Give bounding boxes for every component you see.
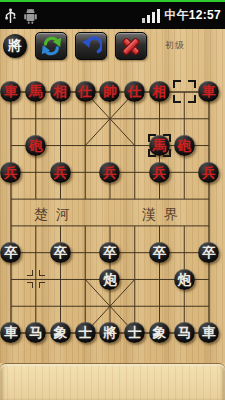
board-point-6-6[interactable]: 卒: [147, 239, 172, 266]
board-point-5-9[interactable]: 士: [122, 319, 147, 346]
board-point-8-6[interactable]: 卒: [197, 239, 222, 266]
board-point-1-2[interactable]: 砲: [23, 132, 48, 159]
board-point-8-8[interactable]: [197, 293, 222, 320]
piece-red-仕[interactable]: 仕: [75, 81, 96, 102]
board-point-7-8[interactable]: [172, 293, 197, 320]
status-bar: 中午12:57: [0, 0, 225, 29]
board-point-4-5[interactable]: [98, 212, 123, 239]
board-point-8-4[interactable]: [197, 186, 222, 213]
board-point-3-9[interactable]: 士: [73, 319, 98, 346]
board-point-8-3[interactable]: 兵: [197, 159, 222, 186]
board-point-0-2[interactable]: [0, 132, 23, 159]
board-point-1-3[interactable]: [23, 159, 48, 186]
clock-time: 12:57: [189, 8, 221, 22]
board-point-1-6[interactable]: [23, 239, 48, 266]
point-marker: [27, 270, 45, 288]
board-point-4-1[interactable]: [98, 105, 123, 132]
board-point-7-5[interactable]: [172, 212, 197, 239]
board-point-1-1[interactable]: [23, 105, 48, 132]
board-point-6-2[interactable]: 馬: [147, 132, 172, 159]
piece-black-車[interactable]: 車: [0, 322, 21, 343]
app-piece-icon: 將: [3, 34, 27, 58]
board-point-7-2[interactable]: 砲: [172, 132, 197, 159]
board-point-1-7[interactable]: [23, 266, 48, 293]
piece-red-相[interactable]: 相: [50, 81, 71, 102]
board-point-6-8[interactable]: [147, 293, 172, 320]
board-point-5-8[interactable]: [122, 293, 147, 320]
board-point-1-9[interactable]: 马: [23, 319, 48, 346]
board-point-7-6[interactable]: [172, 239, 197, 266]
board-point-8-7[interactable]: [197, 266, 222, 293]
board-point-3-4[interactable]: [73, 186, 98, 213]
clock-prefix: 中午: [164, 8, 189, 22]
board-point-3-7[interactable]: [73, 266, 98, 293]
board-point-2-6[interactable]: 卒: [48, 239, 73, 266]
board-point-6-3[interactable]: 兵: [147, 159, 172, 186]
piece-black-將[interactable]: 將: [99, 322, 120, 343]
status-led-strip: [0, 0, 225, 2]
piece-black-象[interactable]: 象: [149, 322, 170, 343]
board-point-2-8[interactable]: [48, 293, 73, 320]
board-point-5-2[interactable]: [122, 132, 147, 159]
board-point-8-0[interactable]: 車: [197, 79, 222, 106]
board-point-5-6[interactable]: [122, 239, 147, 266]
board-point-4-2[interactable]: [98, 132, 123, 159]
piece-black-卒[interactable]: 卒: [99, 242, 120, 263]
board-point-3-3[interactable]: [73, 159, 98, 186]
new-game-button[interactable]: [35, 32, 67, 60]
piece-black-马[interactable]: 马: [25, 322, 46, 343]
board-point-7-0[interactable]: [172, 79, 197, 106]
board-point-8-1[interactable]: [197, 105, 222, 132]
board-point-8-2[interactable]: [197, 132, 222, 159]
piece-black-象[interactable]: 象: [50, 322, 71, 343]
piece-red-相[interactable]: 相: [149, 81, 170, 102]
piece-black-马[interactable]: 马: [174, 322, 195, 343]
board-point-1-5[interactable]: [23, 212, 48, 239]
bottom-wood-panel: [0, 363, 225, 400]
piece-red-兵[interactable]: 兵: [50, 162, 71, 183]
board-point-7-9[interactable]: 马: [172, 319, 197, 346]
board-point-5-4[interactable]: [122, 186, 147, 213]
toolbar: 將 初级: [0, 29, 225, 62]
board-point-7-7[interactable]: 炮: [172, 266, 197, 293]
board-point-4-3[interactable]: 兵: [98, 159, 123, 186]
last-move-from-marker: [173, 80, 196, 103]
piece-black-卒[interactable]: 卒: [50, 242, 71, 263]
board-point-5-5[interactable]: [122, 212, 147, 239]
board-point-5-7[interactable]: [122, 266, 147, 293]
piece-red-馬[interactable]: 馬: [149, 135, 170, 156]
piece-red-車[interactable]: 車: [0, 81, 21, 102]
board-point-4-4[interactable]: [98, 186, 123, 213]
piece-black-士[interactable]: 士: [124, 322, 145, 343]
piece-black-卒[interactable]: 卒: [198, 242, 219, 263]
board-point-5-3[interactable]: [122, 159, 147, 186]
board-point-7-4[interactable]: [172, 186, 197, 213]
board-point-2-1[interactable]: [48, 105, 73, 132]
piece-red-兵[interactable]: 兵: [149, 162, 170, 183]
board-point-0-4[interactable]: [0, 186, 23, 213]
board-point-3-5[interactable]: [73, 212, 98, 239]
piece-red-車[interactable]: 車: [198, 81, 219, 102]
piece-black-炮[interactable]: 炮: [174, 269, 195, 290]
board-point-3-6[interactable]: [73, 239, 98, 266]
board-point-0-8[interactable]: [0, 293, 23, 320]
piece-red-兵[interactable]: 兵: [99, 162, 120, 183]
board-point-6-7[interactable]: [147, 266, 172, 293]
board-point-4-6[interactable]: 卒: [98, 239, 123, 266]
piece-black-士[interactable]: 士: [75, 322, 96, 343]
board-point-1-0[interactable]: 馬: [23, 79, 48, 106]
piece-red-馬[interactable]: 馬: [25, 81, 46, 102]
undo-button[interactable]: [75, 32, 107, 60]
board-point-6-1[interactable]: [147, 105, 172, 132]
refresh-icon: [40, 35, 62, 57]
board-point-3-0[interactable]: 仕: [73, 79, 98, 106]
close-button[interactable]: [115, 32, 147, 60]
board-point-2-7[interactable]: [48, 266, 73, 293]
board-point-0-5[interactable]: [0, 212, 23, 239]
board-point-5-0[interactable]: 仕: [122, 79, 147, 106]
board-point-2-2[interactable]: [48, 132, 73, 159]
board-point-6-9[interactable]: 象: [147, 319, 172, 346]
board-point-2-0[interactable]: 相: [48, 79, 73, 106]
board-point-2-5[interactable]: [48, 212, 73, 239]
board-point-3-1[interactable]: [73, 105, 98, 132]
board-point-2-4[interactable]: [48, 186, 73, 213]
board-point-7-3[interactable]: [172, 159, 197, 186]
board-point-1-4[interactable]: [23, 186, 48, 213]
status-clock: 中午12:57: [164, 7, 221, 24]
board-point-0-1[interactable]: [0, 105, 23, 132]
board-point-6-5[interactable]: [147, 212, 172, 239]
board-point-8-5[interactable]: [197, 212, 222, 239]
piece-red-兵[interactable]: 兵: [198, 162, 219, 183]
piece-black-卒[interactable]: 卒: [0, 242, 21, 263]
board-point-0-6[interactable]: 卒: [0, 239, 23, 266]
board-point-4-0[interactable]: 帥: [98, 79, 123, 106]
board-point-7-1[interactable]: [172, 105, 197, 132]
undo-arrow-icon: [80, 35, 102, 57]
board-point-2-3[interactable]: 兵: [48, 159, 73, 186]
board-point-0-7[interactable]: [0, 266, 23, 293]
board-point-6-0[interactable]: 相: [147, 79, 172, 106]
xiangqi-board: 車馬相仕帥仕相車砲馬砲兵兵兵兵兵卒卒卒卒卒炮炮車马象士將士象马車: [0, 79, 221, 347]
board-point-5-1[interactable]: [122, 105, 147, 132]
board-point-1-8[interactable]: [23, 293, 48, 320]
board-point-4-8[interactable]: [98, 293, 123, 320]
piece-red-帥[interactable]: 帥: [99, 81, 120, 102]
piece-black-炮[interactable]: 炮: [99, 269, 120, 290]
piece-black-車[interactable]: 車: [198, 322, 219, 343]
board-point-4-7[interactable]: 炮: [98, 266, 123, 293]
difficulty-level-label: 初级: [165, 39, 185, 52]
board-point-3-2[interactable]: [73, 132, 98, 159]
piece-red-仕[interactable]: 仕: [124, 81, 145, 102]
board-point-2-9[interactable]: 象: [48, 319, 73, 346]
piece-red-砲[interactable]: 砲: [174, 135, 195, 156]
app-piece-char: 將: [8, 37, 22, 55]
piece-red-砲[interactable]: 砲: [25, 135, 46, 156]
signal-strength-icon: [142, 8, 160, 23]
board-point-8-9[interactable]: 車: [197, 319, 222, 346]
piece-red-兵[interactable]: 兵: [0, 162, 21, 183]
android-icon: [23, 8, 38, 24]
usb-icon: [5, 8, 16, 24]
board-point-0-9[interactable]: 車: [0, 319, 23, 346]
board-point-6-4[interactable]: [147, 186, 172, 213]
piece-black-卒[interactable]: 卒: [149, 242, 170, 263]
board-point-0-0[interactable]: 車: [0, 79, 23, 106]
board-point-4-9[interactable]: 將: [98, 319, 123, 346]
board-point-0-3[interactable]: 兵: [0, 159, 23, 186]
board-point-3-8[interactable]: [73, 293, 98, 320]
